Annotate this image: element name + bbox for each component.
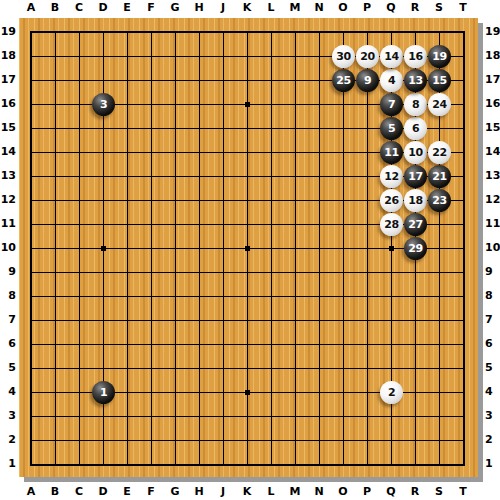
coordinate-label-left-6: 6 <box>0 336 16 352</box>
stone-black-r10: 29 <box>404 237 427 260</box>
star-point-q10 <box>389 246 394 251</box>
coordinate-label-bottom-r: R <box>403 484 427 500</box>
go-diagram-screen: 1234567891011121314151617181920212223242… <box>0 0 500 500</box>
coordinate-label-right-2: 2 <box>483 432 500 448</box>
coordinate-label-right-17: 17 <box>483 72 500 88</box>
stone-black-r13: 17 <box>404 165 427 188</box>
coordinate-label-left-5: 5 <box>0 360 16 376</box>
coordinate-label-right-7: 7 <box>483 312 500 328</box>
stone-white-q13: 12 <box>380 165 403 188</box>
stone-white-r12: 18 <box>404 189 427 212</box>
coordinate-label-right-16: 16 <box>483 96 500 112</box>
coordinate-label-bottom-s: S <box>427 484 451 500</box>
coordinate-label-left-2: 2 <box>0 432 16 448</box>
coordinate-label-left-13: 13 <box>0 168 16 184</box>
coordinate-label-top-b: B <box>43 0 67 16</box>
coordinate-label-left-15: 15 <box>0 120 16 136</box>
coordinate-label-left-11: 11 <box>0 216 16 232</box>
stone-black-o17: 25 <box>332 69 355 92</box>
coordinate-label-bottom-n: N <box>307 484 331 500</box>
coordinate-label-right-6: 6 <box>483 336 500 352</box>
coordinate-label-bottom-o: O <box>331 484 355 500</box>
stone-black-r11: 27 <box>404 213 427 236</box>
stone-white-p18: 20 <box>356 45 379 68</box>
coordinate-label-left-10: 10 <box>0 240 16 256</box>
coordinate-label-top-r: R <box>403 0 427 16</box>
coordinate-label-top-n: N <box>307 0 331 16</box>
coordinate-label-bottom-k: K <box>235 484 259 500</box>
coordinate-label-right-5: 5 <box>483 360 500 376</box>
stone-white-q4: 2 <box>380 381 403 404</box>
coordinate-label-bottom-j: J <box>211 484 235 500</box>
stone-black-s13: 21 <box>428 165 451 188</box>
coordinate-label-right-11: 11 <box>483 216 500 232</box>
coordinate-label-right-15: 15 <box>483 120 500 136</box>
coordinate-label-top-l: L <box>259 0 283 16</box>
coordinate-label-top-m: M <box>283 0 307 16</box>
coordinate-label-left-14: 14 <box>0 144 16 160</box>
coordinate-label-right-3: 3 <box>483 408 500 424</box>
stone-black-q16: 7 <box>380 93 403 116</box>
coordinate-label-bottom-q: Q <box>379 484 403 500</box>
stone-white-q17: 4 <box>380 69 403 92</box>
stone-black-q14: 11 <box>380 141 403 164</box>
stone-white-r18: 16 <box>404 45 427 68</box>
coordinate-label-top-c: C <box>67 0 91 16</box>
coordinate-label-bottom-p: P <box>355 484 379 500</box>
goban-grid[interactable]: 1234567891011121314151617181920212223242… <box>31 32 464 465</box>
coordinate-label-right-9: 9 <box>483 264 500 280</box>
stone-white-q12: 26 <box>380 189 403 212</box>
coordinate-label-bottom-t: T <box>451 484 475 500</box>
coordinate-label-left-12: 12 <box>0 192 16 208</box>
stone-black-d4: 1 <box>92 381 115 404</box>
stone-white-q18: 14 <box>380 45 403 68</box>
coordinate-label-left-3: 3 <box>0 408 16 424</box>
coordinate-label-right-13: 13 <box>483 168 500 184</box>
stone-white-r14: 10 <box>404 141 427 164</box>
stone-black-q15: 5 <box>380 117 403 140</box>
stone-white-s16: 24 <box>428 93 451 116</box>
stone-white-r15: 6 <box>404 117 427 140</box>
coordinate-label-left-8: 8 <box>0 288 16 304</box>
stone-white-s14: 22 <box>428 141 451 164</box>
star-point-k16 <box>245 102 250 107</box>
coordinate-label-left-17: 17 <box>0 72 16 88</box>
coordinate-label-left-4: 4 <box>0 384 16 400</box>
coordinate-label-right-14: 14 <box>483 144 500 160</box>
coordinate-label-left-9: 9 <box>0 264 16 280</box>
coordinate-label-top-a: A <box>19 0 43 16</box>
coordinate-label-right-8: 8 <box>483 288 500 304</box>
coordinate-label-top-j: J <box>211 0 235 16</box>
coordinate-label-top-s: S <box>427 0 451 16</box>
stone-black-s17: 15 <box>428 69 451 92</box>
coordinate-label-top-h: H <box>187 0 211 16</box>
coordinate-label-top-p: P <box>355 0 379 16</box>
stone-white-r16: 8 <box>404 93 427 116</box>
coordinate-label-right-18: 18 <box>483 48 500 64</box>
coordinate-label-top-t: T <box>451 0 475 16</box>
coordinate-label-right-12: 12 <box>483 192 500 208</box>
coordinate-label-right-1: 1 <box>483 456 500 472</box>
coordinate-label-top-e: E <box>115 0 139 16</box>
coordinate-label-bottom-l: L <box>259 484 283 500</box>
coordinate-label-left-7: 7 <box>0 312 16 328</box>
coordinate-label-top-o: O <box>331 0 355 16</box>
coordinate-label-right-4: 4 <box>483 384 500 400</box>
stone-black-s18: 19 <box>428 45 451 68</box>
coordinate-label-right-10: 10 <box>483 240 500 256</box>
coordinate-label-left-19: 19 <box>0 24 16 40</box>
stone-black-r17: 13 <box>404 69 427 92</box>
coordinate-label-left-1: 1 <box>0 456 16 472</box>
stone-white-o18: 30 <box>332 45 355 68</box>
coordinate-label-bottom-b: B <box>43 484 67 500</box>
stone-black-p17: 9 <box>356 69 379 92</box>
coordinate-label-bottom-c: C <box>67 484 91 500</box>
coordinate-label-left-16: 16 <box>0 96 16 112</box>
star-point-k10 <box>245 246 250 251</box>
coordinate-label-top-f: F <box>139 0 163 16</box>
coordinate-label-bottom-h: H <box>187 484 211 500</box>
stone-black-s12: 23 <box>428 189 451 212</box>
coordinate-label-top-g: G <box>163 0 187 16</box>
coordinate-label-top-k: K <box>235 0 259 16</box>
coordinate-label-right-19: 19 <box>483 24 500 40</box>
stone-black-d16: 3 <box>92 93 115 116</box>
coordinate-label-top-d: D <box>91 0 115 16</box>
coordinate-label-bottom-e: E <box>115 484 139 500</box>
star-point-d10 <box>101 246 106 251</box>
coordinate-label-bottom-f: F <box>139 484 163 500</box>
coordinate-label-top-q: Q <box>379 0 403 16</box>
coordinate-label-bottom-g: G <box>163 484 187 500</box>
coordinate-label-bottom-m: M <box>283 484 307 500</box>
goban: 1234567891011121314151617181920212223242… <box>19 18 478 477</box>
stone-white-q11: 28 <box>380 213 403 236</box>
coordinate-label-left-18: 18 <box>0 48 16 64</box>
coordinate-label-bottom-d: D <box>91 484 115 500</box>
coordinate-label-bottom-a: A <box>19 484 43 500</box>
star-point-k4 <box>245 390 250 395</box>
